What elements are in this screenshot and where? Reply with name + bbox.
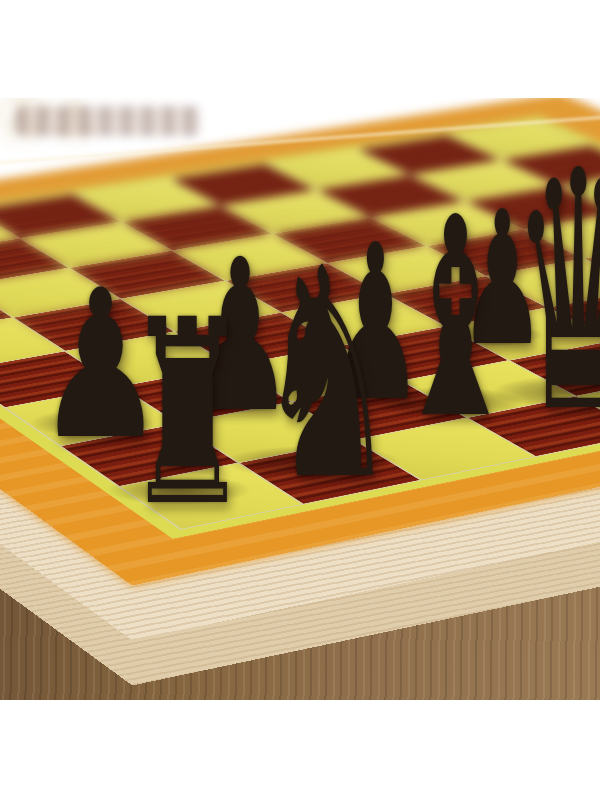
photo-area: ♔ ♙ ♟ ♜ ♟ ♞ ♟ ♝ ♟ ♛ bbox=[0, 98, 600, 700]
black-rook: ♜ bbox=[117, 286, 257, 541]
watermark-blur bbox=[15, 106, 200, 136]
black-knight: ♞ bbox=[247, 230, 407, 520]
product-photo: ♔ ♙ ♟ ♜ ♟ ♞ ♟ ♝ ♟ ♛ bbox=[0, 0, 600, 800]
